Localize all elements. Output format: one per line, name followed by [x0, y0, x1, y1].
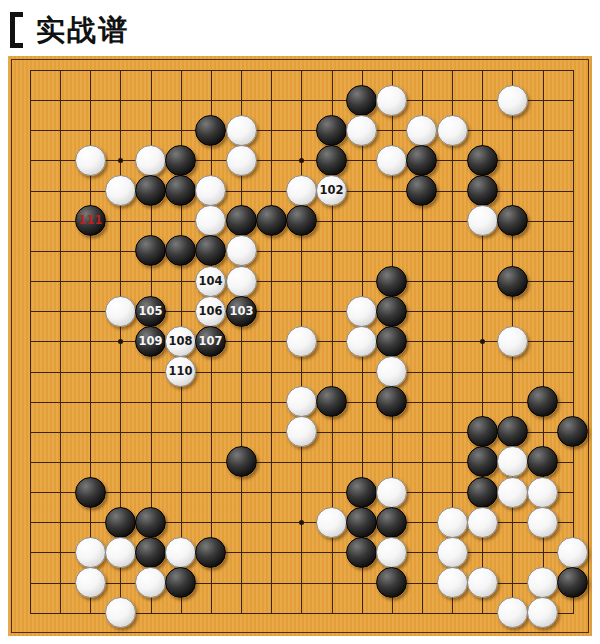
stone-black [406, 145, 437, 176]
stone-white [105, 296, 136, 327]
star-point [299, 158, 304, 163]
stone-black [105, 507, 136, 538]
stone-black [467, 175, 498, 206]
stone-white [376, 537, 407, 568]
stone-white [135, 145, 166, 176]
stone-black [557, 416, 588, 447]
stone-black [497, 205, 528, 236]
stone-black [346, 537, 377, 568]
stone-white [286, 175, 317, 206]
stone-black [316, 386, 347, 417]
stone-move-109: 109 [135, 326, 166, 357]
stone-move-104: 104 [195, 266, 226, 297]
grid-line-vertical [573, 70, 574, 614]
stone-black [346, 477, 377, 508]
stone-white [527, 507, 558, 538]
stone-white [346, 115, 377, 146]
stone-white [75, 537, 106, 568]
stone-black [226, 205, 257, 236]
stone-white [226, 235, 257, 266]
stone-black [376, 567, 407, 598]
stone-move-103: 103 [226, 296, 257, 327]
stone-white [226, 266, 257, 297]
stone-white [105, 537, 136, 568]
stone-white [437, 507, 468, 538]
stone-white [105, 597, 136, 628]
stone-white [437, 115, 468, 146]
stone-black [467, 145, 498, 176]
stone-white [346, 326, 377, 357]
stone-white [467, 567, 498, 598]
stone-black [467, 446, 498, 477]
star-point [118, 158, 123, 163]
stone-white [557, 537, 588, 568]
stone-black [135, 507, 166, 538]
grid-line-horizontal [30, 281, 574, 282]
stone-white [467, 507, 498, 538]
stone-white [286, 386, 317, 417]
stone-white [165, 537, 196, 568]
star-point [480, 339, 485, 344]
stone-black [467, 416, 498, 447]
stone-white [527, 597, 558, 628]
page: { "game": "go", "header": { "title": "实战… [0, 0, 600, 644]
stone-white [226, 145, 257, 176]
grid-line-horizontal [30, 70, 574, 71]
stone-black [557, 567, 588, 598]
stone-black [527, 446, 558, 477]
stone-black [316, 115, 347, 146]
stone-black [165, 175, 196, 206]
stone-white [497, 85, 528, 116]
stone-move-102: 102 [316, 175, 347, 206]
star-point [299, 520, 304, 525]
stone-move-106: 106 [195, 296, 226, 327]
stone-white [437, 537, 468, 568]
stone-black [376, 326, 407, 357]
stone-white [406, 115, 437, 146]
page-header: 实战谱 [10, 8, 129, 52]
stone-white [286, 326, 317, 357]
stone-white [376, 477, 407, 508]
stone-black [286, 205, 317, 236]
stone-white [527, 567, 558, 598]
stone-black [346, 507, 377, 538]
stone-black [256, 205, 287, 236]
stone-white [346, 296, 377, 327]
bracket-icon [10, 12, 23, 48]
stone-black [195, 235, 226, 266]
star-point [118, 339, 123, 344]
stone-black [376, 507, 407, 538]
stone-white [437, 567, 468, 598]
stone-black [376, 266, 407, 297]
stone-white [226, 115, 257, 146]
stone-black [135, 537, 166, 568]
stone-black [467, 477, 498, 508]
stone-white [75, 567, 106, 598]
stone-white [105, 175, 136, 206]
stone-white [286, 416, 317, 447]
stone-black [316, 145, 347, 176]
stone-black [135, 235, 166, 266]
grid-line-vertical [271, 70, 272, 614]
stone-black [406, 175, 437, 206]
stone-move-105: 105 [135, 296, 166, 327]
go-board: 102111104105106103109108107110 [8, 56, 592, 636]
stone-move-110: 110 [165, 356, 196, 387]
stone-black [165, 235, 196, 266]
stone-black [165, 145, 196, 176]
grid-line-horizontal [30, 251, 574, 252]
stone-black [376, 296, 407, 327]
stone-white [376, 145, 407, 176]
stone-black [376, 386, 407, 417]
stone-move-108: 108 [165, 326, 196, 357]
stone-white [316, 507, 347, 538]
grid-line-horizontal [30, 372, 574, 373]
stone-black [497, 266, 528, 297]
grid-line-horizontal [30, 100, 574, 101]
stone-black [165, 567, 196, 598]
stone-black [497, 416, 528, 447]
stone-white [497, 446, 528, 477]
stone-white [467, 205, 498, 236]
stone-white [376, 85, 407, 116]
stone-black [226, 446, 257, 477]
stone-white [497, 477, 528, 508]
page-title: 实战谱 [36, 16, 129, 45]
stone-white [376, 356, 407, 387]
stone-black [195, 537, 226, 568]
grid-line-vertical [30, 70, 31, 614]
stone-black [346, 85, 377, 116]
stone-move-107: 107 [195, 326, 226, 357]
stone-black [527, 386, 558, 417]
grid-line-vertical [60, 70, 61, 614]
stone-white [497, 597, 528, 628]
stone-black [135, 175, 166, 206]
stone-white [195, 175, 226, 206]
stone-white [527, 477, 558, 508]
stone-white [75, 145, 106, 176]
stone-white [497, 326, 528, 357]
stone-white [195, 205, 226, 236]
stone-move-111: 111 [75, 205, 106, 236]
stone-white [135, 567, 166, 598]
stone-black [75, 477, 106, 508]
stone-black [195, 115, 226, 146]
grid-line-horizontal [30, 130, 574, 131]
